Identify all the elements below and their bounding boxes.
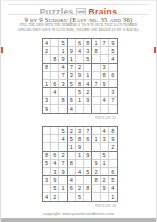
sudoku-cell-r9c2 [51, 105, 59, 113]
sudoku-cell-r2c2 [51, 47, 59, 55]
sudoku-cell-r8c9: 7 [109, 97, 117, 105]
sudoku-cell-r8c5: 2 [76, 185, 84, 193]
sudoku-cell-r9c4: 4 [68, 105, 76, 113]
sudoku-cell-r7c5: 5 [76, 88, 84, 96]
sudoku-cell-r5c1 [43, 72, 51, 80]
sudoku-cell-r6c6: 5 [84, 168, 92, 176]
sudoku-cell-r2c6: 3 [84, 47, 92, 55]
sudoku-cell-r1c2 [51, 127, 59, 135]
sudoku-cell-r1c8: 4 [101, 127, 109, 135]
sudoku-cell-r6c6: 4 [84, 80, 92, 88]
sudoku-cell-r8c2: 5 [51, 185, 59, 193]
sudoku-cell-r3c3: 9 [59, 55, 67, 63]
sudoku-cell-r9c4 [68, 193, 76, 201]
sudoku-cell-r7c6 [84, 176, 92, 184]
sudoku-cell-r2c8 [101, 47, 109, 55]
sudoku-cell-r2c2 [51, 135, 59, 143]
sudoku-cell-r3c6 [84, 143, 92, 151]
sudoku-cell-r7c3 [59, 176, 67, 184]
sudoku-cell-r1c9: 8 [109, 127, 117, 135]
sudoku-cell-r8c7 [92, 97, 100, 105]
sudoku-cell-r9c5: 5 [76, 193, 84, 201]
sudoku-cell-r1c7: 1 [92, 39, 100, 47]
sudoku-cell-r6c2: 3 [51, 168, 59, 176]
sudoku-cell-r4c7 [92, 64, 100, 72]
left-edge-accent [1, 47, 3, 53]
sudoku-cell-r1c1 [43, 127, 51, 135]
sudoku-cell-r7c3 [59, 88, 67, 96]
sudoku-cell-r9c5 [76, 105, 84, 113]
sudoku-cell-r3c8 [101, 55, 109, 63]
sudoku-cell-r2c3: 4 [59, 135, 67, 143]
sudoku-cell-r6c2: 6 [51, 80, 59, 88]
sudoku-cell-r6c3: 9 [59, 168, 67, 176]
sudoku-cell-r1c9: 9 [109, 39, 117, 47]
sudoku-cell-r3c7 [92, 143, 100, 151]
sudoku-cell-r6c7: 7 [92, 80, 100, 88]
sudoku-cell-r1c3: 5 [59, 127, 67, 135]
sudoku-cell-r8c9: 4 [109, 185, 117, 193]
sudoku-cell-r3c8 [101, 143, 109, 151]
sudoku-cell-r3c7 [92, 55, 100, 63]
sudoku-cell-r1c3: 5 [59, 39, 67, 47]
sudoku-cell-r6c3: 3 [59, 80, 67, 88]
sudoku-cell-r9c7 [92, 193, 100, 201]
sudoku-cell-r4c2 [51, 64, 59, 72]
sudoku-cell-r8c4: 6 [68, 97, 76, 105]
sudoku-cell-r4c2: 6 [51, 152, 59, 160]
sudoku-cell-r7c2: 9 [51, 176, 59, 184]
sudoku-cell-r8c8: 9 [101, 185, 109, 193]
footer-copyright: copyright: www.puzzlesandbrains.com [1, 211, 156, 216]
sudoku-cell-r6c8: 9 [101, 80, 109, 88]
sudoku-cell-r5c4: 8 [68, 160, 76, 168]
sudoku-cell-r8c6: 9 [84, 97, 92, 105]
sudoku-cell-r7c4 [68, 88, 76, 96]
sudoku-cell-r9c3 [59, 105, 67, 113]
sudoku-cell-r1c4 [68, 39, 76, 47]
sudoku-cell-r5c6 [84, 160, 92, 168]
sudoku-cell-r2c3: 1 [59, 47, 67, 55]
sudoku-cell-r9c8 [101, 105, 109, 113]
sudoku-cell-r6c9: 6 [109, 168, 117, 176]
grid-2-caption: 9x9 Easy 36 [95, 203, 116, 208]
sudoku-cell-r4c9 [109, 64, 117, 72]
sudoku-cell-r8c3: 8 [59, 97, 67, 105]
sudoku-cell-r4c1: 8 [43, 152, 51, 160]
sudoku-cell-r8c4: 6 [68, 185, 76, 193]
sudoku-cell-r4c7 [92, 152, 100, 160]
sudoku-cell-r2c8: 3 [101, 135, 109, 143]
sudoku-cell-r7c6: 2 [84, 88, 92, 96]
sudoku-cell-r7c8 [101, 88, 109, 96]
sudoku-cell-r2c4: 5 [68, 135, 76, 143]
sudoku-cell-r8c5: 1 [76, 97, 84, 105]
sudoku-cell-r1c5: 3 [76, 127, 84, 135]
sudoku-cell-r5c2: 4 [51, 160, 59, 168]
sudoku-cell-r6c1: 1 [43, 80, 51, 88]
sudoku-cell-r1c7 [92, 127, 100, 135]
sudoku-cell-r1c2 [51, 39, 59, 47]
sudoku-cell-r2c4: 9 [68, 47, 76, 55]
sudoku-cell-r5c7: 9 [92, 160, 100, 168]
right-edge-accent [154, 47, 156, 53]
sudoku-cell-r9c1: 4 [43, 193, 51, 201]
sudoku-cell-r2c9: 5 [109, 47, 117, 55]
sudoku-cell-r1c4: 2 [68, 127, 76, 135]
sudoku-cell-r9c9 [109, 105, 117, 113]
sudoku-cell-r3c5: 9 [76, 143, 84, 151]
sudoku-cell-r3c2 [51, 143, 59, 151]
sudoku-cell-r7c5 [76, 176, 84, 184]
sudoku-cell-r5c1: 5 [43, 160, 51, 168]
sudoku-cell-r5c9 [109, 160, 117, 168]
sudoku-cell-r3c4: 1 [68, 55, 76, 63]
sudoku-cell-r4c5: 2 [76, 64, 84, 72]
sudoku-cell-r5c5: 9 [76, 72, 84, 80]
sudoku-cell-r5c8: 8 [101, 72, 109, 80]
sudoku-cell-r4c3: 4 [59, 64, 67, 72]
sudoku-cell-r8c6: 8 [84, 185, 92, 193]
sudoku-cell-r6c5: 4 [76, 168, 84, 176]
sudoku-cell-r3c6: 5 [84, 55, 92, 63]
grid-1-caption: 9x9 Easy 35 [95, 115, 116, 120]
sudoku-cell-r1c8: 7 [101, 39, 109, 47]
sudoku-cell-r8c1: 3 [43, 97, 51, 105]
sudoku-cell-r4c8: 3 [101, 64, 109, 72]
sudoku-cell-r7c9: 5 [109, 176, 117, 184]
sudoku-cell-r5c7 [92, 72, 100, 80]
sudoku-cell-r3c9: 4 [109, 55, 117, 63]
sudoku-cell-r8c1 [43, 185, 51, 193]
sudoku-cell-r7c4: 4 [68, 176, 76, 184]
sudoku-grid-1: 4568179219438589154847237391861635847945… [42, 38, 118, 114]
sudoku-cell-r5c2 [51, 72, 59, 80]
sudoku-grid-2: 5237484586139192862195547891394526394825… [42, 126, 118, 202]
sudoku-cell-r2c9: 9 [109, 135, 117, 143]
sudoku-cell-r4c1: 8 [43, 64, 51, 72]
sudoku-cell-r5c3: 7 [59, 160, 67, 168]
sudoku-cell-r7c7: 8 [92, 176, 100, 184]
sudoku-cell-r8c7 [92, 185, 100, 193]
sudoku-cell-r4c4: 7 [68, 64, 76, 72]
sudoku-cell-r9c3 [59, 193, 67, 201]
sudoku-cell-r9c7 [92, 105, 100, 113]
sudoku-cell-r4c3: 2 [59, 152, 67, 160]
sudoku-cell-r6c5: 8 [76, 80, 84, 88]
sudoku-cell-r4c6 [84, 64, 92, 72]
sudoku-cell-r7c7 [92, 88, 100, 96]
sudoku-cell-r1c6: 8 [84, 39, 92, 47]
sudoku-cell-r3c4: 1 [68, 143, 76, 151]
sudoku-cell-r6c4: 5 [68, 80, 76, 88]
sudoku-cell-r9c6 [84, 193, 92, 201]
instructions-line-2: appears only once in each row, column an… [7, 28, 150, 33]
sudoku-cell-r3c1 [43, 143, 51, 151]
sudoku-cell-r6c1 [43, 168, 51, 176]
sudoku-cell-r1c1: 4 [43, 39, 51, 47]
header-rule-bottom [8, 14, 149, 15]
sudoku-cell-r4c4 [68, 152, 76, 160]
sudoku-cell-r2c7: 8 [92, 47, 100, 55]
sudoku-cell-r9c6 [84, 105, 92, 113]
sudoku-cell-r9c1: 9 [43, 105, 51, 113]
sudoku-cell-r3c2: 8 [51, 55, 59, 63]
sudoku-cell-r1c5: 6 [76, 39, 84, 47]
sudoku-cell-r3c1 [43, 55, 51, 63]
sudoku-cell-r3c5 [76, 55, 84, 63]
sudoku-cell-r2c1 [43, 135, 51, 143]
sudoku-cell-r4c8: 5 [101, 152, 109, 160]
sudoku-cell-r3c3 [59, 143, 67, 151]
sudoku-cell-r6c8 [101, 168, 109, 176]
sudoku-cell-r1c6: 7 [84, 127, 92, 135]
sudoku-cell-r2c5: 8 [76, 135, 84, 143]
sudoku-cell-r2c1: 2 [43, 47, 51, 55]
sudoku-cell-r8c8: 4 [101, 97, 109, 105]
sudoku-cell-r5c3: 7 [59, 72, 67, 80]
sudoku-cell-r6c7: 2 [92, 168, 100, 176]
sudoku-cell-r5c5 [76, 160, 84, 168]
sudoku-cell-r5c6: 1 [84, 72, 92, 80]
sudoku-cell-r9c8 [101, 193, 109, 201]
sudoku-cell-r9c9: 1 [109, 193, 117, 201]
worksheet-page: PuzzlesandBrains 9 by 9 Sudoku (Easy no.… [0, 0, 157, 222]
sudoku-cell-r7c1 [43, 88, 51, 96]
sudoku-cell-r4c9 [109, 152, 117, 160]
sudoku-cell-r7c2: 4 [51, 88, 59, 96]
instructions: Fill the grid with the numbers 1 to 9 in… [7, 23, 150, 33]
sudoku-cell-r8c2 [51, 97, 59, 105]
sudoku-cell-r9c2: 2 [51, 193, 59, 201]
sudoku-cell-r2c6: 6 [84, 135, 92, 143]
page-bottom-edge [1, 218, 156, 222]
sudoku-cell-r7c1: 3 [43, 176, 51, 184]
sudoku-cell-r5c8: 1 [101, 160, 109, 168]
sudoku-cell-r7c8: 2 [101, 176, 109, 184]
sudoku-cell-r8c3: 1 [59, 185, 67, 193]
sudoku-cell-r5c9: 6 [109, 72, 117, 80]
sudoku-cell-r6c9 [109, 80, 117, 88]
sudoku-cell-r5c4: 3 [68, 72, 76, 80]
sudoku-cell-r2c7: 1 [92, 135, 100, 143]
sudoku-cell-r7c9: 3 [109, 88, 117, 96]
sudoku-cell-r4c6: 9 [84, 152, 92, 160]
sudoku-cell-r2c5: 4 [76, 47, 84, 55]
sudoku-cell-r6c4 [68, 168, 76, 176]
sudoku-cell-r3c9: 2 [109, 143, 117, 151]
sudoku-cell-r4c5: 1 [76, 152, 84, 160]
